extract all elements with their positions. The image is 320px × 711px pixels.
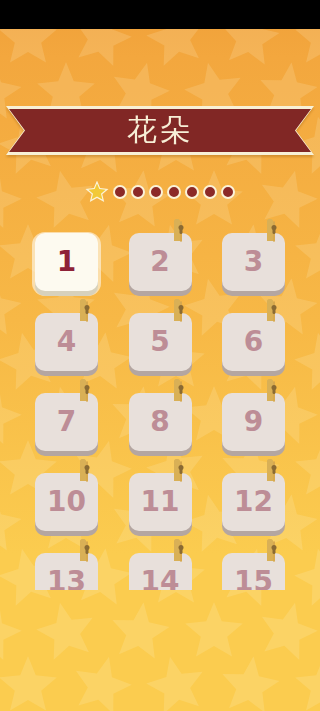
progress-dot [131, 185, 145, 199]
lock-icon [174, 462, 196, 490]
progress-dot [113, 185, 127, 199]
level-number: 13 [47, 568, 86, 590]
lock-keyhole [178, 385, 183, 390]
category-banner: 花朵 [6, 106, 314, 155]
lock-body [273, 301, 275, 322]
lock-body [86, 301, 88, 322]
page-indicator [0, 180, 320, 204]
lock-keyhole [85, 465, 90, 470]
level-select-screen: 花朵 1 2 3 4 5 [0, 0, 320, 711]
lock-icon [267, 222, 289, 250]
lock-icon [80, 382, 102, 410]
progress-dot [203, 185, 217, 199]
lock-body [86, 461, 88, 482]
level-number: 12 [234, 488, 273, 516]
level-tile[interactable]: 15 [222, 553, 285, 590]
lock-body [86, 541, 88, 562]
level-number: 14 [141, 568, 180, 590]
lock-icon [267, 382, 289, 410]
star-icon [184, 602, 244, 660]
level-tile[interactable]: 13 [35, 553, 98, 590]
star-icon [107, 599, 174, 664]
level-tile[interactable]: 12 [222, 473, 285, 531]
lock-body [180, 221, 182, 242]
lock-icon [174, 302, 196, 330]
level-number: 10 [47, 488, 86, 516]
level-number: 9 [244, 408, 263, 436]
level-number: 1 [57, 248, 76, 276]
level-tile[interactable]: 6 [222, 313, 285, 371]
level-number: 4 [57, 328, 76, 356]
star-icon [0, 596, 28, 667]
lock-keyhole [178, 545, 183, 550]
level-tile[interactable]: 11 [129, 473, 192, 531]
lock-icon [267, 542, 289, 570]
level-tile[interactable]: 14 [129, 553, 192, 590]
lock-icon [174, 222, 196, 250]
level-tile[interactable]: 10 [35, 473, 98, 531]
lock-body [180, 461, 182, 482]
lock-keyhole [272, 385, 277, 390]
star-icon [66, 650, 138, 711]
lock-body [180, 381, 182, 402]
level-tile[interactable]: 1 [35, 233, 98, 291]
lock-keyhole [178, 225, 183, 230]
progress-dot [149, 185, 163, 199]
level-tile[interactable]: 4 [35, 313, 98, 371]
level-number: 11 [141, 488, 180, 516]
lock-keyhole [178, 465, 183, 470]
category-title: 花朵 [6, 106, 314, 155]
level-grid[interactable]: 1 2 3 4 5 [0, 213, 320, 590]
lock-icon [80, 462, 102, 490]
star-icon [141, 650, 212, 711]
level-tile[interactable]: 2 [129, 233, 192, 291]
star-icon [294, 656, 320, 711]
lock-icon [80, 302, 102, 330]
lock-body [86, 381, 88, 402]
progress-dot [167, 185, 181, 199]
lock-icon [80, 542, 102, 570]
lock-body [273, 541, 275, 562]
level-tile[interactable]: 3 [222, 233, 285, 291]
level-number: 5 [150, 328, 169, 356]
lock-body [180, 301, 182, 322]
level-number: 2 [150, 248, 169, 276]
level-tile[interactable]: 5 [129, 313, 192, 371]
lock-keyhole [85, 545, 90, 550]
lock-keyhole [178, 305, 183, 310]
star-icon [31, 596, 102, 665]
level-number: 7 [57, 408, 76, 436]
progress-dot [221, 185, 235, 199]
level-tile[interactable]: 7 [35, 393, 98, 451]
lock-keyhole [272, 305, 277, 310]
progress-star-icon [85, 181, 109, 204]
lock-icon [174, 382, 196, 410]
lock-keyhole [272, 465, 277, 470]
lock-body [180, 541, 182, 562]
lock-body [273, 221, 275, 242]
star-icon [179, 704, 250, 711]
star-icon [252, 596, 320, 667]
level-number: 15 [234, 568, 273, 590]
lock-icon [267, 462, 289, 490]
status-bar [0, 0, 320, 29]
level-tile[interactable]: 8 [129, 393, 192, 451]
star-icon [217, 653, 284, 711]
level-tile[interactable]: 9 [222, 393, 285, 451]
lock-keyhole [85, 305, 90, 310]
level-number: 3 [244, 248, 263, 276]
lock-keyhole [272, 545, 277, 550]
lock-icon [174, 542, 196, 570]
progress-dot [185, 185, 199, 199]
star-icon [0, 656, 58, 711]
level-number: 8 [150, 408, 169, 436]
level-number: 6 [244, 328, 263, 356]
lock-keyhole [272, 225, 277, 230]
lock-body [273, 381, 275, 402]
lock-keyhole [85, 385, 90, 390]
lock-icon [267, 302, 289, 330]
lock-body [273, 461, 275, 482]
